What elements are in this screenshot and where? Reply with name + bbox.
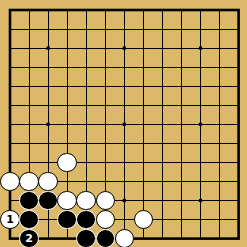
black-stone: 2 [19,229,38,247]
white-stone [57,191,76,210]
white-stone [19,172,38,191]
white-stone [96,191,115,210]
black-stone [76,229,95,247]
black-stone [57,210,76,229]
black-stone [76,210,95,229]
black-stone [96,229,115,247]
white-stone [57,153,76,172]
white-stone [134,210,153,229]
white-stone: 1 [0,210,19,229]
white-stone [115,229,134,247]
go-board[interactable]: 12 [0,0,247,247]
stones-layer: 12 [0,0,247,247]
white-stone [76,191,95,210]
black-stone [38,191,57,210]
black-stone [19,210,38,229]
black-stone [19,191,38,210]
white-stone [38,172,57,191]
move-number-label: 1 [6,214,14,225]
white-stone [96,210,115,229]
move-number-label: 2 [25,233,33,244]
white-stone [0,172,19,191]
